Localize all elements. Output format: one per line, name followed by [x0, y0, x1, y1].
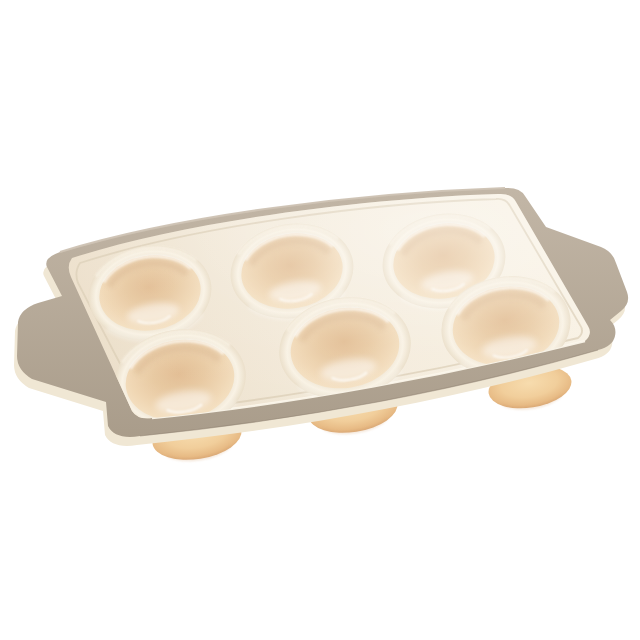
- muffin-pan-photo: [0, 0, 640, 640]
- photo-background: [0, 0, 640, 640]
